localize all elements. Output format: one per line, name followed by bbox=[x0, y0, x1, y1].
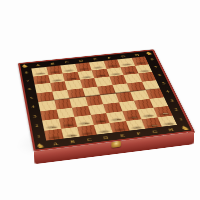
chess-board: AABBCCDDEEFFGGHH1122334455667788♞♞♞♞♜♞♝♛… bbox=[18, 49, 195, 151]
file-label-bottom-a: A bbox=[46, 139, 64, 148]
brass-clasp-icon[interactable] bbox=[111, 141, 121, 148]
photo-stage: AABBCCDDEEFFGGHH1122334455667788♞♞♞♞♜♞♝♛… bbox=[0, 0, 200, 200]
file-label-bottom-c: C bbox=[80, 135, 99, 144]
product-photo-chess-set: AABBCCDDEEFFGGHH1122334455667788♞♞♞♞♜♞♝♛… bbox=[0, 0, 200, 200]
